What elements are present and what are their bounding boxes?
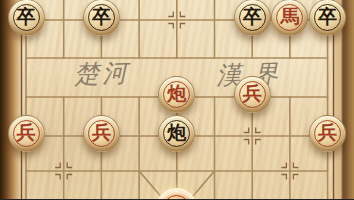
piece-glyph: 卒	[17, 7, 36, 26]
piece-black-soldier-c0r3[interactable]: 卒	[8, 0, 45, 36]
piece-red-soldier-c6r5[interactable]: 兵	[234, 76, 271, 113]
piece-black-soldier-c8r3[interactable]: 卒	[309, 0, 346, 36]
piece-glyph: 卒	[92, 7, 111, 26]
piece-red-cannon-c4r5[interactable]: 炮	[158, 76, 195, 113]
river-label-left: 楚河	[74, 60, 131, 86]
piece-red-soldier-c8r6[interactable]: 兵	[309, 115, 346, 152]
piece-glyph: 兵	[17, 123, 36, 142]
piece-ring	[163, 195, 190, 200]
piece-black-cannon-c4r6[interactable]: 炮	[158, 115, 195, 152]
piece-glyph: 兵	[318, 123, 337, 142]
piece-red-horse-c7r3[interactable]: 馬	[271, 0, 308, 36]
piece-glyph: 兵	[92, 123, 111, 142]
xiangqi-board[interactable]: 楚河 漢界 卒卒卒馬卒炮兵兵兵炮兵	[0, 0, 354, 199]
piece-black-soldier-c2r3[interactable]: 卒	[83, 0, 120, 36]
piece-glyph: 馬	[280, 7, 299, 26]
piece-glyph: 兵	[243, 84, 262, 103]
piece-glyph: 炮	[167, 123, 186, 142]
piece-red-soldier-c2r6[interactable]: 兵	[83, 115, 120, 152]
piece-glyph: 炮	[167, 84, 186, 103]
piece-red-soldier-c0r6[interactable]: 兵	[8, 115, 45, 152]
piece-glyph: 卒	[243, 7, 262, 26]
piece-black-soldier-c6r3[interactable]: 卒	[234, 0, 271, 36]
piece-glyph: 卒	[318, 7, 337, 26]
